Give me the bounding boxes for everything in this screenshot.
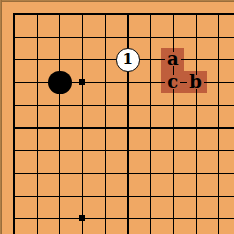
board-frame-top <box>0 0 234 2</box>
white-stone-move-1: 1 <box>116 48 140 72</box>
stones-layer: acb1 <box>3 3 234 234</box>
point-label-a: a <box>165 52 181 66</box>
go-board: acb1 <box>0 0 234 234</box>
point-label-c: c <box>165 75 180 89</box>
point-label-b: b <box>187 75 204 89</box>
star-point <box>79 79 85 85</box>
black-stone <box>48 71 72 95</box>
star-point <box>79 215 85 221</box>
move-number: 1 <box>123 52 133 67</box>
board-frame-left <box>0 0 2 234</box>
